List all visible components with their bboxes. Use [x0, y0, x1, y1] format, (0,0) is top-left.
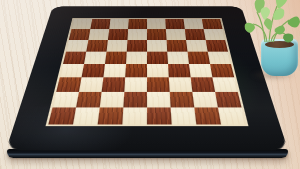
square-e4[interactable]: [147, 64, 169, 77]
square-c6[interactable]: [107, 40, 128, 52]
square-a2[interactable]: [52, 92, 78, 108]
square-d5[interactable]: [126, 52, 147, 64]
square-d3[interactable]: [124, 77, 147, 91]
square-b1[interactable]: [73, 107, 100, 124]
square-h2[interactable]: [215, 92, 241, 108]
square-d2[interactable]: [123, 92, 147, 108]
square-e2[interactable]: [147, 92, 171, 108]
square-f7[interactable]: [166, 29, 186, 40]
photo-scene: [0, 0, 300, 169]
square-e3[interactable]: [147, 77, 170, 91]
square-c2[interactable]: [100, 92, 125, 108]
square-g5[interactable]: [187, 52, 210, 64]
square-c5[interactable]: [105, 52, 127, 64]
square-f4[interactable]: [168, 64, 191, 77]
square-e6[interactable]: [147, 40, 167, 52]
board-field: [46, 18, 249, 126]
square-h3[interactable]: [212, 77, 237, 91]
square-f6[interactable]: [167, 40, 188, 52]
square-h7[interactable]: [204, 29, 226, 40]
square-h5[interactable]: [208, 52, 231, 64]
square-h4[interactable]: [210, 64, 234, 77]
square-g2[interactable]: [192, 92, 218, 108]
square-a5[interactable]: [63, 52, 86, 64]
square-f2[interactable]: [170, 92, 195, 108]
square-g7[interactable]: [185, 29, 206, 40]
square-a3[interactable]: [56, 77, 81, 91]
plant-leaves: [243, 0, 300, 48]
square-c1[interactable]: [98, 107, 124, 124]
square-g8[interactable]: [184, 19, 204, 29]
square-h6[interactable]: [206, 40, 228, 52]
square-f3[interactable]: [169, 77, 193, 91]
square-c3[interactable]: [102, 77, 126, 91]
square-e5[interactable]: [147, 52, 168, 64]
square-d8[interactable]: [128, 19, 147, 29]
square-b7[interactable]: [88, 29, 109, 40]
square-g3[interactable]: [191, 77, 215, 91]
square-f5[interactable]: [167, 52, 189, 64]
square-f8[interactable]: [165, 19, 185, 29]
square-a8[interactable]: [71, 19, 92, 29]
square-f1[interactable]: [171, 107, 197, 124]
square-b6[interactable]: [86, 40, 108, 52]
square-b8[interactable]: [90, 19, 110, 29]
square-a6[interactable]: [66, 40, 88, 52]
square-d4[interactable]: [125, 64, 147, 77]
square-b5[interactable]: [84, 52, 107, 64]
square-e8[interactable]: [147, 19, 166, 29]
square-e7[interactable]: [147, 29, 167, 40]
square-c7[interactable]: [108, 29, 128, 40]
square-b2[interactable]: [76, 92, 102, 108]
square-a7[interactable]: [69, 29, 91, 40]
square-d1[interactable]: [122, 107, 147, 124]
square-g4[interactable]: [189, 64, 212, 77]
square-d6[interactable]: [127, 40, 147, 52]
square-b3[interactable]: [79, 77, 103, 91]
square-g6[interactable]: [186, 40, 208, 52]
square-g1[interactable]: [194, 107, 221, 124]
square-c8[interactable]: [109, 19, 129, 29]
square-h8[interactable]: [202, 19, 223, 29]
square-d7[interactable]: [127, 29, 147, 40]
square-a1[interactable]: [48, 107, 76, 124]
square-h1[interactable]: [218, 107, 246, 124]
square-a4[interactable]: [60, 64, 84, 77]
square-e1[interactable]: [147, 107, 172, 124]
square-c4[interactable]: [103, 64, 126, 77]
square-b4[interactable]: [82, 64, 105, 77]
